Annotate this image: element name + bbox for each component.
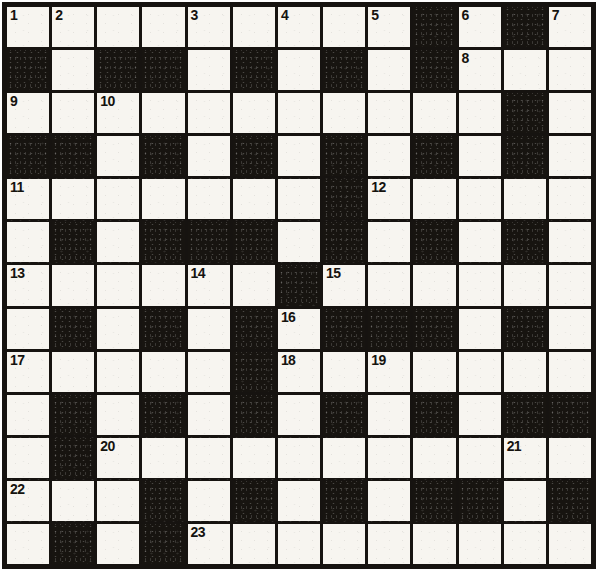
- cell-r13c3[interactable]: [97, 524, 139, 564]
- block-cell-r1c12: [504, 7, 546, 47]
- block-cell-r2c8: [323, 50, 365, 90]
- block-cell-r12c11: [459, 481, 501, 521]
- cell-r3c11[interactable]: [459, 93, 501, 133]
- cell-r10c9[interactable]: [368, 395, 410, 435]
- cell-r2c7[interactable]: [278, 50, 320, 90]
- cell-r9c12[interactable]: [504, 352, 546, 392]
- cell-r3c1[interactable]: 9: [7, 93, 49, 133]
- clue-number: 9: [10, 94, 17, 108]
- cell-r10c1[interactable]: [7, 395, 49, 435]
- cell-r5c7[interactable]: [278, 179, 320, 219]
- cell-r1c6[interactable]: [233, 7, 275, 47]
- block-cell-r12c8: [323, 481, 365, 521]
- cell-r3c2[interactable]: [52, 93, 94, 133]
- clue-number: 17: [10, 353, 24, 367]
- block-cell-r10c13: [549, 395, 591, 435]
- cell-r11c5[interactable]: [188, 438, 230, 478]
- crossword-grid: 1234567891011121314151617181920212223: [2, 2, 596, 569]
- cell-r11c8[interactable]: [323, 438, 365, 478]
- cell-r11c11[interactable]: [459, 438, 501, 478]
- block-cell-r2c6: [233, 50, 275, 90]
- cell-r5c6[interactable]: [233, 179, 275, 219]
- clue-number: 5: [371, 8, 378, 22]
- block-cell-r2c3: [97, 50, 139, 90]
- cell-r6c9[interactable]: [368, 222, 410, 262]
- block-cell-r4c1: [7, 136, 49, 176]
- block-cell-r8c4: [142, 309, 184, 349]
- clue-number: 22: [10, 482, 24, 496]
- block-cell-r13c4: [142, 524, 184, 564]
- cell-r9c4[interactable]: [142, 352, 184, 392]
- cell-r5c11[interactable]: [459, 179, 501, 219]
- cell-r8c7[interactable]: 16: [278, 309, 320, 349]
- cell-r4c3[interactable]: [97, 136, 139, 176]
- block-cell-r10c6: [233, 395, 275, 435]
- block-cell-r6c4: [142, 222, 184, 262]
- cell-r9c5[interactable]: [188, 352, 230, 392]
- cell-r12c7[interactable]: [278, 481, 320, 521]
- cell-r12c5[interactable]: [188, 481, 230, 521]
- cell-r3c5[interactable]: [188, 93, 230, 133]
- cell-r2c11[interactable]: 8: [459, 50, 501, 90]
- clue-number: 12: [371, 180, 385, 194]
- clue-number: 6: [462, 8, 469, 22]
- cell-r4c5[interactable]: [188, 136, 230, 176]
- block-cell-r6c8: [323, 222, 365, 262]
- clue-number: 10: [100, 94, 114, 108]
- cell-r8c5[interactable]: [188, 309, 230, 349]
- cell-r1c11[interactable]: 6: [459, 7, 501, 47]
- block-cell-r6c5: [188, 222, 230, 262]
- cell-r7c13[interactable]: [549, 265, 591, 305]
- cell-r7c10[interactable]: [413, 265, 455, 305]
- cell-r12c2[interactable]: [52, 481, 94, 521]
- block-cell-r2c4: [142, 50, 184, 90]
- block-cell-r8c10: [413, 309, 455, 349]
- cell-r13c6[interactable]: [233, 524, 275, 564]
- clue-number: 20: [100, 439, 114, 453]
- block-cell-r10c2: [52, 395, 94, 435]
- clue-number: 18: [281, 353, 295, 367]
- block-cell-r2c10: [413, 50, 455, 90]
- cell-r12c1[interactable]: 22: [7, 481, 49, 521]
- cell-r7c8[interactable]: 15: [323, 265, 365, 305]
- block-cell-r8c2: [52, 309, 94, 349]
- cell-r12c3[interactable]: [97, 481, 139, 521]
- cell-r5c3[interactable]: [97, 179, 139, 219]
- block-cell-r6c6: [233, 222, 275, 262]
- cell-r13c7[interactable]: [278, 524, 320, 564]
- clue-number: 7: [552, 8, 559, 22]
- block-cell-r6c2: [52, 222, 94, 262]
- cell-r11c10[interactable]: [413, 438, 455, 478]
- cell-r8c11[interactable]: [459, 309, 501, 349]
- cell-r9c11[interactable]: [459, 352, 501, 392]
- block-cell-r5c8: [323, 179, 365, 219]
- cell-r7c2[interactable]: [52, 265, 94, 305]
- block-cell-r4c2: [52, 136, 94, 176]
- cell-r9c2[interactable]: [52, 352, 94, 392]
- cell-r4c9[interactable]: [368, 136, 410, 176]
- cell-r2c13[interactable]: [549, 50, 591, 90]
- cell-r3c13[interactable]: [549, 93, 591, 133]
- cell-r12c12[interactable]: [504, 481, 546, 521]
- cell-r10c11[interactable]: [459, 395, 501, 435]
- block-cell-r4c4: [142, 136, 184, 176]
- clue-number: 19: [371, 353, 385, 367]
- cell-r13c12[interactable]: [504, 524, 546, 564]
- block-cell-r8c12: [504, 309, 546, 349]
- cell-r3c7[interactable]: [278, 93, 320, 133]
- cell-r7c4[interactable]: [142, 265, 184, 305]
- cell-r9c13[interactable]: [549, 352, 591, 392]
- cell-r11c3[interactable]: 20: [97, 438, 139, 478]
- block-cell-r4c6: [233, 136, 275, 176]
- cell-r13c9[interactable]: [368, 524, 410, 564]
- cell-r4c7[interactable]: [278, 136, 320, 176]
- block-cell-r8c8: [323, 309, 365, 349]
- block-cell-r6c10: [413, 222, 455, 262]
- cell-r11c12[interactable]: 21: [504, 438, 546, 478]
- clue-number: 13: [10, 266, 24, 280]
- cell-r10c7[interactable]: [278, 395, 320, 435]
- cell-r11c1[interactable]: [7, 438, 49, 478]
- cell-r1c5[interactable]: 3: [188, 7, 230, 47]
- cell-r11c4[interactable]: [142, 438, 184, 478]
- cell-r3c8[interactable]: [323, 93, 365, 133]
- cell-r7c6[interactable]: [233, 265, 275, 305]
- cell-r6c7[interactable]: [278, 222, 320, 262]
- block-cell-r12c6: [233, 481, 275, 521]
- block-cell-r12c4: [142, 481, 184, 521]
- cell-r2c9[interactable]: [368, 50, 410, 90]
- block-cell-r12c13: [549, 481, 591, 521]
- cell-r13c1[interactable]: [7, 524, 49, 564]
- cell-r9c1[interactable]: 17: [7, 352, 49, 392]
- block-cell-r8c9: [368, 309, 410, 349]
- cell-r7c11[interactable]: [459, 265, 501, 305]
- cell-r1c4[interactable]: [142, 7, 184, 47]
- block-cell-r4c8: [323, 136, 365, 176]
- cell-r1c3[interactable]: [97, 7, 139, 47]
- cell-r11c7[interactable]: [278, 438, 320, 478]
- clue-number: 4: [281, 8, 288, 22]
- block-cell-r6c12: [504, 222, 546, 262]
- clue-number: 11: [10, 180, 24, 194]
- cell-r13c8[interactable]: [323, 524, 365, 564]
- clue-number: 8: [462, 51, 469, 65]
- cell-r5c5[interactable]: [188, 179, 230, 219]
- clue-number: 2: [55, 8, 62, 22]
- cell-r11c6[interactable]: [233, 438, 275, 478]
- block-cell-r12c10: [413, 481, 455, 521]
- block-cell-r10c10: [413, 395, 455, 435]
- cell-r7c3[interactable]: [97, 265, 139, 305]
- cell-r9c8[interactable]: [323, 352, 365, 392]
- cell-r9c7[interactable]: 18: [278, 352, 320, 392]
- cell-r1c9[interactable]: 5: [368, 7, 410, 47]
- block-cell-r7c7: [278, 265, 320, 305]
- cell-r2c2[interactable]: [52, 50, 94, 90]
- cell-r3c10[interactable]: [413, 93, 455, 133]
- cell-r10c3[interactable]: [97, 395, 139, 435]
- clue-number: 15: [326, 266, 340, 280]
- cell-r8c1[interactable]: [7, 309, 49, 349]
- block-cell-r11c2: [52, 438, 94, 478]
- cell-r7c9[interactable]: [368, 265, 410, 305]
- cell-r13c10[interactable]: [413, 524, 455, 564]
- cell-r13c13[interactable]: [549, 524, 591, 564]
- cell-r2c5[interactable]: [188, 50, 230, 90]
- cell-r3c9[interactable]: [368, 93, 410, 133]
- cell-r1c8[interactable]: [323, 7, 365, 47]
- cell-r5c12[interactable]: [504, 179, 546, 219]
- cell-r3c3[interactable]: 10: [97, 93, 139, 133]
- cell-r5c4[interactable]: [142, 179, 184, 219]
- cell-r3c4[interactable]: [142, 93, 184, 133]
- block-cell-r13c2: [52, 524, 94, 564]
- block-cell-r9c6: [233, 352, 275, 392]
- cell-r3c6[interactable]: [233, 93, 275, 133]
- scanned-page: 1234567891011121314151617181920212223: [0, 0, 596, 569]
- cell-r1c1[interactable]: 1: [7, 7, 49, 47]
- cell-r7c1[interactable]: 13: [7, 265, 49, 305]
- cell-r9c10[interactable]: [413, 352, 455, 392]
- cell-r2c12[interactable]: [504, 50, 546, 90]
- block-cell-r4c12: [504, 136, 546, 176]
- clue-number: 14: [191, 266, 205, 280]
- cell-r5c9[interactable]: 12: [368, 179, 410, 219]
- cell-r6c1[interactable]: [7, 222, 49, 262]
- cell-r4c11[interactable]: [459, 136, 501, 176]
- cell-r8c3[interactable]: [97, 309, 139, 349]
- block-cell-r10c12: [504, 395, 546, 435]
- cell-r8c13[interactable]: [549, 309, 591, 349]
- cell-r1c2[interactable]: 2: [52, 7, 94, 47]
- clue-number: 23: [191, 525, 205, 539]
- clue-number: 21: [507, 439, 521, 453]
- cell-r11c13[interactable]: [549, 438, 591, 478]
- block-cell-r10c8: [323, 395, 365, 435]
- block-cell-r1c10: [413, 7, 455, 47]
- cell-r5c2[interactable]: [52, 179, 94, 219]
- cell-r5c1[interactable]: 11: [7, 179, 49, 219]
- cell-r4c13[interactable]: [549, 136, 591, 176]
- block-cell-r10c4: [142, 395, 184, 435]
- cell-r1c7[interactable]: 4: [278, 7, 320, 47]
- cell-r13c5[interactable]: 23: [188, 524, 230, 564]
- cell-r7c5[interactable]: 14: [188, 265, 230, 305]
- cell-r6c11[interactable]: [459, 222, 501, 262]
- clue-number: 3: [191, 8, 198, 22]
- cell-r7c12[interactable]: [504, 265, 546, 305]
- block-cell-r3c12: [504, 93, 546, 133]
- block-cell-r8c6: [233, 309, 275, 349]
- cell-r9c3[interactable]: [97, 352, 139, 392]
- cell-r6c13[interactable]: [549, 222, 591, 262]
- cell-r13c11[interactable]: [459, 524, 501, 564]
- cell-r6c3[interactable]: [97, 222, 139, 262]
- clue-number: 16: [281, 310, 295, 324]
- cell-r1c13[interactable]: 7: [549, 7, 591, 47]
- block-cell-r2c1: [7, 50, 49, 90]
- cell-r10c5[interactable]: [188, 395, 230, 435]
- cell-r9c9[interactable]: 19: [368, 352, 410, 392]
- block-cell-r4c10: [413, 136, 455, 176]
- clue-number: 1: [10, 8, 17, 22]
- cell-r11c9[interactable]: [368, 438, 410, 478]
- cell-r5c10[interactable]: [413, 179, 455, 219]
- cell-r12c9[interactable]: [368, 481, 410, 521]
- cell-r5c13[interactable]: [549, 179, 591, 219]
